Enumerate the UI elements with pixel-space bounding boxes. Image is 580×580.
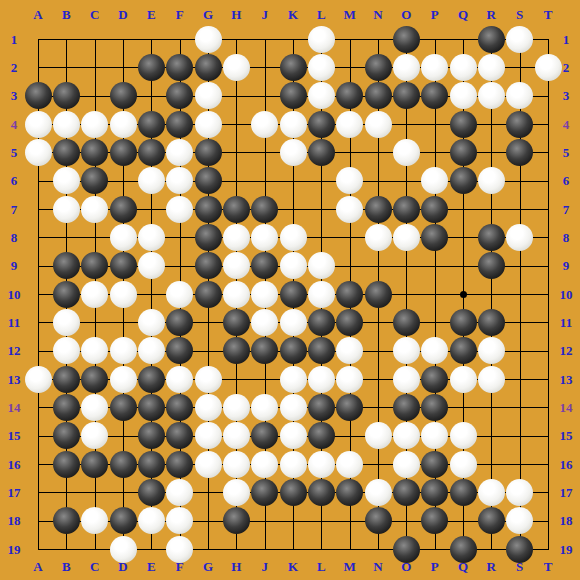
go-board[interactable]: AABBCCDDEEFFGGHHJJKKLLMMNNOOPPQQRRSSTT11…	[0, 0, 580, 580]
white-stone-n4	[365, 111, 392, 138]
black-stone-m11	[336, 309, 363, 336]
black-stone-o1	[393, 26, 420, 53]
black-stone-b15	[53, 422, 80, 449]
row-label-left-5: 5	[2, 145, 26, 160]
white-stone-j4	[251, 111, 278, 138]
black-stone-e15	[138, 422, 165, 449]
black-stone-o11	[393, 309, 420, 336]
col-label-bottom-j: J	[253, 559, 277, 574]
black-stone-e2	[138, 54, 165, 81]
black-stone-d7	[110, 196, 137, 223]
white-stone-c7	[81, 196, 108, 223]
col-label-top-a: A	[26, 7, 50, 22]
white-stone-a13	[25, 366, 52, 393]
black-stone-f11	[166, 309, 193, 336]
row-label-left-19: 19	[2, 542, 26, 557]
black-stone-g2	[195, 54, 222, 81]
white-stone-k16	[280, 451, 307, 478]
row-label-right-17: 17	[554, 485, 578, 500]
black-stone-e14	[138, 394, 165, 421]
white-stone-j16	[251, 451, 278, 478]
row-label-right-7: 7	[554, 202, 578, 217]
white-stone-l16	[308, 451, 335, 478]
black-stone-d5	[110, 139, 137, 166]
grid-line-vertical	[491, 39, 492, 550]
black-stone-j9	[251, 252, 278, 279]
row-label-right-13: 13	[554, 372, 578, 387]
black-stone-h18	[223, 507, 250, 534]
white-stone-k15	[280, 422, 307, 449]
black-stone-m10	[336, 281, 363, 308]
black-stone-l5	[308, 139, 335, 166]
black-stone-b16	[53, 451, 80, 478]
col-label-top-s: S	[508, 7, 532, 22]
row-label-left-7: 7	[2, 202, 26, 217]
white-stone-j10	[251, 281, 278, 308]
white-stone-l3	[308, 82, 335, 109]
black-stone-f4	[166, 111, 193, 138]
white-stone-p2	[421, 54, 448, 81]
black-stone-s5	[506, 139, 533, 166]
black-stone-f2	[166, 54, 193, 81]
col-label-top-r: R	[479, 7, 503, 22]
black-stone-n18	[365, 507, 392, 534]
black-stone-b3	[53, 82, 80, 109]
black-stone-b10	[53, 281, 80, 308]
black-stone-h11	[223, 309, 250, 336]
black-stone-j12	[251, 337, 278, 364]
white-stone-s17	[506, 479, 533, 506]
black-stone-p18	[421, 507, 448, 534]
black-stone-f3	[166, 82, 193, 109]
black-stone-c5	[81, 139, 108, 166]
black-stone-q5	[450, 139, 477, 166]
black-stone-d16	[110, 451, 137, 478]
black-stone-o3	[393, 82, 420, 109]
black-stone-j15	[251, 422, 278, 449]
row-label-right-4: 4	[554, 117, 578, 132]
white-stone-k5	[280, 139, 307, 166]
white-stone-j11	[251, 309, 278, 336]
white-stone-k8	[280, 224, 307, 251]
black-stone-m17	[336, 479, 363, 506]
row-label-right-2: 2	[554, 60, 578, 75]
col-label-top-c: C	[83, 7, 107, 22]
white-stone-d13	[110, 366, 137, 393]
white-stone-g13	[195, 366, 222, 393]
white-stone-f18	[166, 507, 193, 534]
white-stone-n8	[365, 224, 392, 251]
black-stone-f15	[166, 422, 193, 449]
black-stone-l17	[308, 479, 335, 506]
white-stone-h2	[223, 54, 250, 81]
grid-line-vertical	[548, 39, 549, 550]
black-stone-b9	[53, 252, 80, 279]
white-stone-d12	[110, 337, 137, 364]
white-stone-s1	[506, 26, 533, 53]
white-stone-g1	[195, 26, 222, 53]
col-label-bottom-r: R	[479, 559, 503, 574]
col-label-bottom-a: A	[26, 559, 50, 574]
black-stone-c9	[81, 252, 108, 279]
white-stone-b12	[53, 337, 80, 364]
black-stone-g8	[195, 224, 222, 251]
col-label-bottom-l: L	[309, 559, 333, 574]
white-stone-b4	[53, 111, 80, 138]
black-stone-f16	[166, 451, 193, 478]
row-label-left-3: 3	[2, 88, 26, 103]
black-stone-g9	[195, 252, 222, 279]
black-stone-l11	[308, 309, 335, 336]
white-stone-b6	[53, 167, 80, 194]
white-stone-e18	[138, 507, 165, 534]
col-label-top-d: D	[111, 7, 135, 22]
black-stone-a3	[25, 82, 52, 109]
white-stone-q2	[450, 54, 477, 81]
white-stone-l13	[308, 366, 335, 393]
black-stone-q12	[450, 337, 477, 364]
white-stone-o15	[393, 422, 420, 449]
white-stone-o2	[393, 54, 420, 81]
black-stone-e17	[138, 479, 165, 506]
black-stone-r18	[478, 507, 505, 534]
row-label-left-13: 13	[2, 372, 26, 387]
white-stone-c4	[81, 111, 108, 138]
black-stone-h12	[223, 337, 250, 364]
col-label-top-p: P	[423, 7, 447, 22]
white-stone-k4	[280, 111, 307, 138]
col-label-bottom-s: S	[508, 559, 532, 574]
row-label-right-19: 19	[554, 542, 578, 557]
black-stone-k3	[280, 82, 307, 109]
black-stone-d14	[110, 394, 137, 421]
white-stone-g14	[195, 394, 222, 421]
black-stone-l15	[308, 422, 335, 449]
black-stone-h7	[223, 196, 250, 223]
white-stone-p12	[421, 337, 448, 364]
black-stone-j17	[251, 479, 278, 506]
white-stone-j14	[251, 394, 278, 421]
col-label-top-h: H	[224, 7, 248, 22]
col-label-top-k: K	[281, 7, 305, 22]
black-stone-b14	[53, 394, 80, 421]
black-stone-g5	[195, 139, 222, 166]
white-stone-k13	[280, 366, 307, 393]
col-label-top-b: B	[54, 7, 78, 22]
black-stone-b13	[53, 366, 80, 393]
col-label-bottom-k: K	[281, 559, 305, 574]
black-stone-q6	[450, 167, 477, 194]
col-label-bottom-g: G	[196, 559, 220, 574]
black-stone-n10	[365, 281, 392, 308]
row-label-right-16: 16	[554, 457, 578, 472]
white-stone-f7	[166, 196, 193, 223]
row-label-right-9: 9	[554, 258, 578, 273]
col-label-bottom-h: H	[224, 559, 248, 574]
black-stone-k10	[280, 281, 307, 308]
white-stone-d4	[110, 111, 137, 138]
black-stone-k17	[280, 479, 307, 506]
row-label-right-14: 14	[554, 400, 578, 415]
white-stone-e8	[138, 224, 165, 251]
white-stone-a5	[25, 139, 52, 166]
black-stone-m14	[336, 394, 363, 421]
row-label-right-1: 1	[554, 32, 578, 47]
white-stone-l9	[308, 252, 335, 279]
row-label-left-14: 14	[2, 400, 26, 415]
row-label-left-4: 4	[2, 117, 26, 132]
row-label-left-9: 9	[2, 258, 26, 273]
black-stone-p3	[421, 82, 448, 109]
white-stone-m13	[336, 366, 363, 393]
black-stone-q11	[450, 309, 477, 336]
white-stone-c10	[81, 281, 108, 308]
white-stone-h9	[223, 252, 250, 279]
white-stone-f5	[166, 139, 193, 166]
black-stone-p16	[421, 451, 448, 478]
white-stone-d10	[110, 281, 137, 308]
white-stone-b7	[53, 196, 80, 223]
black-stone-e16	[138, 451, 165, 478]
white-stone-m7	[336, 196, 363, 223]
white-stone-h17	[223, 479, 250, 506]
white-stone-o16	[393, 451, 420, 478]
black-stone-l14	[308, 394, 335, 421]
col-label-bottom-o: O	[394, 559, 418, 574]
black-stone-p14	[421, 394, 448, 421]
row-label-right-10: 10	[554, 287, 578, 302]
black-stone-l12	[308, 337, 335, 364]
col-label-top-n: N	[366, 7, 390, 22]
white-stone-e11	[138, 309, 165, 336]
white-stone-e6	[138, 167, 165, 194]
white-stone-h10	[223, 281, 250, 308]
white-stone-c18	[81, 507, 108, 534]
white-stone-h14	[223, 394, 250, 421]
col-label-bottom-q: Q	[451, 559, 475, 574]
white-stone-h8	[223, 224, 250, 251]
white-stone-n17	[365, 479, 392, 506]
white-stone-q13	[450, 366, 477, 393]
row-label-left-1: 1	[2, 32, 26, 47]
white-stone-c14	[81, 394, 108, 421]
white-stone-k9	[280, 252, 307, 279]
col-label-bottom-n: N	[366, 559, 390, 574]
white-stone-r17	[478, 479, 505, 506]
white-stone-o5	[393, 139, 420, 166]
white-stone-b11	[53, 309, 80, 336]
black-stone-j7	[251, 196, 278, 223]
white-stone-g3	[195, 82, 222, 109]
black-stone-n3	[365, 82, 392, 109]
black-stone-p7	[421, 196, 448, 223]
row-label-left-15: 15	[2, 428, 26, 443]
white-stone-l10	[308, 281, 335, 308]
row-label-right-8: 8	[554, 230, 578, 245]
white-stone-k14	[280, 394, 307, 421]
white-stone-r12	[478, 337, 505, 364]
row-label-left-18: 18	[2, 513, 26, 528]
row-label-left-12: 12	[2, 343, 26, 358]
black-stone-q4	[450, 111, 477, 138]
white-stone-f13	[166, 366, 193, 393]
white-stone-f17	[166, 479, 193, 506]
row-label-right-12: 12	[554, 343, 578, 358]
col-label-top-t: T	[536, 7, 560, 22]
white-stone-q15	[450, 422, 477, 449]
col-label-bottom-p: P	[423, 559, 447, 574]
black-stone-k12	[280, 337, 307, 364]
col-label-top-o: O	[394, 7, 418, 22]
row-label-left-10: 10	[2, 287, 26, 302]
row-label-right-18: 18	[554, 513, 578, 528]
row-label-right-15: 15	[554, 428, 578, 443]
black-stone-d18	[110, 507, 137, 534]
black-stone-p13	[421, 366, 448, 393]
col-label-top-f: F	[168, 7, 192, 22]
white-stone-g4	[195, 111, 222, 138]
white-stone-h15	[223, 422, 250, 449]
black-stone-l4	[308, 111, 335, 138]
white-stone-n15	[365, 422, 392, 449]
white-stone-r6	[478, 167, 505, 194]
white-stone-c15	[81, 422, 108, 449]
black-stone-c13	[81, 366, 108, 393]
white-stone-o13	[393, 366, 420, 393]
col-label-top-e: E	[139, 7, 163, 22]
white-stone-l1	[308, 26, 335, 53]
white-stone-a4	[25, 111, 52, 138]
col-label-bottom-m: M	[338, 559, 362, 574]
row-label-left-16: 16	[2, 457, 26, 472]
col-label-top-j: J	[253, 7, 277, 22]
black-stone-g10	[195, 281, 222, 308]
col-label-top-m: M	[338, 7, 362, 22]
white-stone-e12	[138, 337, 165, 364]
white-stone-q3	[450, 82, 477, 109]
white-stone-s3	[506, 82, 533, 109]
row-label-right-11: 11	[554, 315, 578, 330]
white-stone-m16	[336, 451, 363, 478]
black-stone-k2	[280, 54, 307, 81]
col-label-bottom-d: D	[111, 559, 135, 574]
white-stone-j8	[251, 224, 278, 251]
white-stone-e9	[138, 252, 165, 279]
black-stone-c6	[81, 167, 108, 194]
white-stone-p15	[421, 422, 448, 449]
black-stone-e5	[138, 139, 165, 166]
white-stone-r3	[478, 82, 505, 109]
row-label-right-6: 6	[554, 173, 578, 188]
black-stone-f12	[166, 337, 193, 364]
row-label-left-2: 2	[2, 60, 26, 75]
col-label-top-l: L	[309, 7, 333, 22]
white-stone-l2	[308, 54, 335, 81]
white-stone-m6	[336, 167, 363, 194]
white-stone-o12	[393, 337, 420, 364]
black-stone-e13	[138, 366, 165, 393]
black-stone-g6	[195, 167, 222, 194]
row-label-left-17: 17	[2, 485, 26, 500]
row-label-left-8: 8	[2, 230, 26, 245]
black-stone-b5	[53, 139, 80, 166]
black-stone-o17	[393, 479, 420, 506]
black-stone-b18	[53, 507, 80, 534]
col-label-bottom-c: C	[83, 559, 107, 574]
white-stone-d8	[110, 224, 137, 251]
row-label-left-6: 6	[2, 173, 26, 188]
black-stone-p8	[421, 224, 448, 251]
white-stone-f6	[166, 167, 193, 194]
white-stone-r13	[478, 366, 505, 393]
white-stone-r2	[478, 54, 505, 81]
black-stone-g7	[195, 196, 222, 223]
black-stone-s4	[506, 111, 533, 138]
black-stone-d3	[110, 82, 137, 109]
white-stone-s8	[506, 224, 533, 251]
black-stone-d9	[110, 252, 137, 279]
white-stone-s18	[506, 507, 533, 534]
black-stone-f14	[166, 394, 193, 421]
white-stone-m12	[336, 337, 363, 364]
black-stone-r8	[478, 224, 505, 251]
white-stone-g16	[195, 451, 222, 478]
black-stone-o7	[393, 196, 420, 223]
white-stone-p6	[421, 167, 448, 194]
white-stone-c12	[81, 337, 108, 364]
black-stone-n7	[365, 196, 392, 223]
col-label-bottom-e: E	[139, 559, 163, 574]
col-label-top-g: G	[196, 7, 220, 22]
white-stone-o8	[393, 224, 420, 251]
white-stone-f10	[166, 281, 193, 308]
black-stone-n2	[365, 54, 392, 81]
star-point-q10	[460, 291, 467, 298]
white-stone-k11	[280, 309, 307, 336]
white-stone-h16	[223, 451, 250, 478]
white-stone-q16	[450, 451, 477, 478]
white-stone-g15	[195, 422, 222, 449]
col-label-top-q: Q	[451, 7, 475, 22]
black-stone-r1	[478, 26, 505, 53]
black-stone-r9	[478, 252, 505, 279]
black-stone-q17	[450, 479, 477, 506]
row-label-right-5: 5	[554, 145, 578, 160]
black-stone-c16	[81, 451, 108, 478]
col-label-bottom-f: F	[168, 559, 192, 574]
col-label-bottom-b: B	[54, 559, 78, 574]
row-label-left-11: 11	[2, 315, 26, 330]
black-stone-o14	[393, 394, 420, 421]
black-stone-r11	[478, 309, 505, 336]
row-label-right-3: 3	[554, 88, 578, 103]
col-label-bottom-t: T	[536, 559, 560, 574]
black-stone-m3	[336, 82, 363, 109]
black-stone-p17	[421, 479, 448, 506]
black-stone-e4	[138, 111, 165, 138]
white-stone-m4	[336, 111, 363, 138]
